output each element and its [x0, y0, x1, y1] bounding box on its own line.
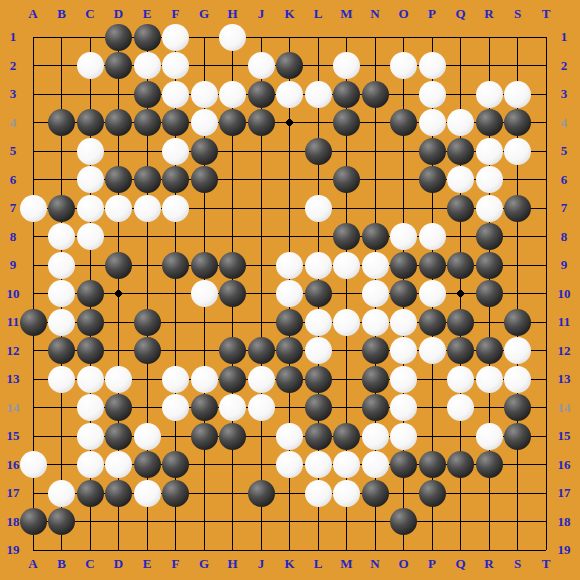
stone-black-R12 [476, 337, 503, 364]
stone-white-O12 [390, 337, 417, 364]
row-label-left-12: 12 [7, 343, 20, 359]
row-label-left-8: 8 [10, 229, 17, 245]
col-label-bottom-N: N [370, 556, 379, 572]
stone-black-R10 [476, 280, 503, 307]
stone-black-J3 [248, 81, 275, 108]
stone-black-N12 [362, 337, 389, 364]
stone-white-H3 [219, 81, 246, 108]
stone-black-E3 [134, 81, 161, 108]
col-label-top-J: J [258, 6, 265, 22]
col-label-bottom-C: C [85, 556, 94, 572]
col-label-bottom-F: F [172, 556, 180, 572]
stone-white-F13 [162, 366, 189, 393]
star-point-K4 [286, 119, 292, 125]
stone-black-G9 [191, 252, 218, 279]
row-label-left-4: 4 [10, 115, 17, 131]
stone-white-E17 [134, 480, 161, 507]
stone-black-L13 [305, 366, 332, 393]
stone-white-A7 [20, 195, 47, 222]
col-label-bottom-B: B [57, 556, 66, 572]
stone-white-B10 [48, 280, 75, 307]
stone-black-Q16 [447, 451, 474, 478]
stone-black-E4 [134, 109, 161, 136]
col-label-top-S: S [514, 6, 521, 22]
stone-white-F5 [162, 138, 189, 165]
stone-black-K2 [276, 52, 303, 79]
col-label-top-E: E [143, 6, 152, 22]
stone-white-C15 [77, 423, 104, 450]
col-label-top-P: P [428, 6, 436, 22]
row-label-right-3: 3 [561, 86, 568, 102]
row-label-right-16: 16 [558, 457, 571, 473]
stone-white-L9 [305, 252, 332, 279]
stone-white-P10 [419, 280, 446, 307]
stone-white-L17 [305, 480, 332, 507]
stone-white-O2 [390, 52, 417, 79]
stone-white-P8 [419, 223, 446, 250]
stone-black-M4 [333, 109, 360, 136]
col-label-bottom-T: T [542, 556, 551, 572]
stone-white-J14 [248, 394, 275, 421]
stone-white-F1 [162, 24, 189, 51]
stone-white-G13 [191, 366, 218, 393]
stone-white-D16 [105, 451, 132, 478]
stone-white-N15 [362, 423, 389, 450]
stone-black-N13 [362, 366, 389, 393]
stone-white-P4 [419, 109, 446, 136]
stone-white-M11 [333, 309, 360, 336]
stone-black-R8 [476, 223, 503, 250]
stone-black-F6 [162, 166, 189, 193]
stone-white-E2 [134, 52, 161, 79]
stone-black-B12 [48, 337, 75, 364]
stone-white-R13 [476, 366, 503, 393]
stone-white-R15 [476, 423, 503, 450]
stone-black-M8 [333, 223, 360, 250]
col-label-bottom-J: J [258, 556, 265, 572]
row-label-left-7: 7 [10, 200, 17, 216]
stone-black-P16 [419, 451, 446, 478]
stone-black-N17 [362, 480, 389, 507]
row-label-right-10: 10 [558, 286, 571, 302]
stone-black-Q11 [447, 309, 474, 336]
stone-black-K11 [276, 309, 303, 336]
stone-white-B9 [48, 252, 75, 279]
stone-white-F14 [162, 394, 189, 421]
stone-black-A18 [20, 508, 47, 535]
stone-white-N9 [362, 252, 389, 279]
stone-white-D13 [105, 366, 132, 393]
stone-white-K15 [276, 423, 303, 450]
col-label-top-L: L [314, 6, 323, 22]
stone-white-C7 [77, 195, 104, 222]
stone-black-S7 [504, 195, 531, 222]
stone-black-O16 [390, 451, 417, 478]
stone-black-N3 [362, 81, 389, 108]
row-label-right-13: 13 [558, 371, 571, 387]
stone-white-J2 [248, 52, 275, 79]
stone-white-R3 [476, 81, 503, 108]
col-label-top-M: M [340, 6, 352, 22]
stone-white-O13 [390, 366, 417, 393]
stone-white-S5 [504, 138, 531, 165]
stone-white-C5 [77, 138, 104, 165]
stone-white-O15 [390, 423, 417, 450]
stone-black-Q7 [447, 195, 474, 222]
stone-black-S14 [504, 394, 531, 421]
stone-white-C8 [77, 223, 104, 250]
col-label-bottom-A: A [28, 556, 37, 572]
col-label-top-T: T [542, 6, 551, 22]
stone-black-D4 [105, 109, 132, 136]
row-label-right-4: 4 [561, 115, 568, 131]
stone-black-E6 [134, 166, 161, 193]
stone-black-C11 [77, 309, 104, 336]
stone-white-Q14 [447, 394, 474, 421]
row-label-right-12: 12 [558, 343, 571, 359]
stone-white-C13 [77, 366, 104, 393]
row-label-left-6: 6 [10, 172, 17, 188]
stone-white-Q6 [447, 166, 474, 193]
row-label-left-18: 18 [7, 514, 20, 530]
stone-white-L3 [305, 81, 332, 108]
stone-black-L15 [305, 423, 332, 450]
col-label-top-Q: Q [455, 6, 465, 22]
stone-black-R16 [476, 451, 503, 478]
stone-white-C14 [77, 394, 104, 421]
stone-black-J12 [248, 337, 275, 364]
stone-white-M16 [333, 451, 360, 478]
stone-black-O10 [390, 280, 417, 307]
col-label-top-K: K [284, 6, 294, 22]
col-label-bottom-H: H [227, 556, 237, 572]
stone-white-F2 [162, 52, 189, 79]
stone-black-S11 [504, 309, 531, 336]
stone-black-F9 [162, 252, 189, 279]
stone-black-S15 [504, 423, 531, 450]
row-label-left-11: 11 [7, 314, 19, 330]
stone-black-L14 [305, 394, 332, 421]
stone-white-S12 [504, 337, 531, 364]
stone-black-G5 [191, 138, 218, 165]
col-label-bottom-M: M [340, 556, 352, 572]
stone-black-B7 [48, 195, 75, 222]
stone-white-B13 [48, 366, 75, 393]
stone-black-E16 [134, 451, 161, 478]
stone-white-B11 [48, 309, 75, 336]
row-label-right-2: 2 [561, 58, 568, 74]
stone-white-K9 [276, 252, 303, 279]
stone-black-C12 [77, 337, 104, 364]
row-label-left-2: 2 [10, 58, 17, 74]
col-label-top-B: B [57, 6, 66, 22]
stone-black-P9 [419, 252, 446, 279]
row-label-right-11: 11 [558, 314, 570, 330]
stone-white-Q13 [447, 366, 474, 393]
stone-white-L11 [305, 309, 332, 336]
stone-black-P5 [419, 138, 446, 165]
stone-white-J13 [248, 366, 275, 393]
col-label-top-N: N [370, 6, 379, 22]
stone-black-G6 [191, 166, 218, 193]
stone-white-N16 [362, 451, 389, 478]
stone-black-H4 [219, 109, 246, 136]
stone-white-M17 [333, 480, 360, 507]
col-label-bottom-O: O [398, 556, 408, 572]
stone-white-R6 [476, 166, 503, 193]
stone-black-D15 [105, 423, 132, 450]
col-label-bottom-R: R [484, 556, 493, 572]
stone-white-E7 [134, 195, 161, 222]
stone-white-L16 [305, 451, 332, 478]
stone-black-L5 [305, 138, 332, 165]
stone-white-C6 [77, 166, 104, 193]
col-label-bottom-D: D [114, 556, 123, 572]
stone-black-F4 [162, 109, 189, 136]
stone-white-A16 [20, 451, 47, 478]
star-point-D10 [115, 290, 121, 296]
stone-black-O9 [390, 252, 417, 279]
col-label-top-C: C [85, 6, 94, 22]
stone-black-F17 [162, 480, 189, 507]
stone-black-P11 [419, 309, 446, 336]
row-label-left-9: 9 [10, 257, 17, 273]
stone-white-F7 [162, 195, 189, 222]
stone-black-S4 [504, 109, 531, 136]
star-point-Q10 [457, 290, 463, 296]
stone-black-E1 [134, 24, 161, 51]
stone-black-Q5 [447, 138, 474, 165]
stone-black-C10 [77, 280, 104, 307]
stone-black-M15 [333, 423, 360, 450]
stone-white-P12 [419, 337, 446, 364]
row-label-left-13: 13 [7, 371, 20, 387]
stone-white-B17 [48, 480, 75, 507]
row-label-left-3: 3 [10, 86, 17, 102]
stone-white-Q4 [447, 109, 474, 136]
row-label-right-5: 5 [561, 143, 568, 159]
stone-white-O8 [390, 223, 417, 250]
stone-black-R4 [476, 109, 503, 136]
stone-white-P2 [419, 52, 446, 79]
stone-black-H10 [219, 280, 246, 307]
stone-black-E12 [134, 337, 161, 364]
row-label-right-9: 9 [561, 257, 568, 273]
col-label-top-R: R [484, 6, 493, 22]
stone-black-D9 [105, 252, 132, 279]
row-label-right-17: 17 [558, 485, 571, 501]
stone-black-C17 [77, 480, 104, 507]
stone-white-H14 [219, 394, 246, 421]
col-label-bottom-P: P [428, 556, 436, 572]
stone-white-G4 [191, 109, 218, 136]
col-label-top-D: D [114, 6, 123, 22]
stone-white-G3 [191, 81, 218, 108]
row-label-left-16: 16 [7, 457, 20, 473]
stone-black-B4 [48, 109, 75, 136]
stone-black-C4 [77, 109, 104, 136]
stone-white-C2 [77, 52, 104, 79]
col-label-bottom-Q: Q [455, 556, 465, 572]
stone-white-L7 [305, 195, 332, 222]
stone-black-K13 [276, 366, 303, 393]
stone-white-R7 [476, 195, 503, 222]
stone-black-K12 [276, 337, 303, 364]
stone-black-A11 [20, 309, 47, 336]
stone-black-O18 [390, 508, 417, 535]
stone-white-H1 [219, 24, 246, 51]
stone-black-D6 [105, 166, 132, 193]
stone-black-H9 [219, 252, 246, 279]
go-board[interactable]: AABBCCDDEEFFGGHHJJKKLLMMNNOOPPQQRRSSTT11… [0, 0, 580, 580]
stone-white-M2 [333, 52, 360, 79]
stone-white-D7 [105, 195, 132, 222]
col-label-bottom-K: K [284, 556, 294, 572]
row-label-right-19: 19 [558, 542, 571, 558]
stone-black-D1 [105, 24, 132, 51]
stone-white-N11 [362, 309, 389, 336]
stone-black-H12 [219, 337, 246, 364]
stone-white-C16 [77, 451, 104, 478]
stone-white-S3 [504, 81, 531, 108]
stone-black-D14 [105, 394, 132, 421]
stone-white-M9 [333, 252, 360, 279]
stone-white-F3 [162, 81, 189, 108]
stone-black-J4 [248, 109, 275, 136]
stone-white-K10 [276, 280, 303, 307]
stone-black-P6 [419, 166, 446, 193]
stone-black-L10 [305, 280, 332, 307]
stone-white-R5 [476, 138, 503, 165]
stone-white-O14 [390, 394, 417, 421]
stone-white-K16 [276, 451, 303, 478]
stone-black-H15 [219, 423, 246, 450]
stone-white-N10 [362, 280, 389, 307]
col-label-top-G: G [199, 6, 209, 22]
stone-black-H13 [219, 366, 246, 393]
stone-white-L12 [305, 337, 332, 364]
col-label-bottom-G: G [199, 556, 209, 572]
stone-white-K3 [276, 81, 303, 108]
stone-black-Q9 [447, 252, 474, 279]
stone-black-M6 [333, 166, 360, 193]
stone-black-N14 [362, 394, 389, 421]
col-label-top-F: F [172, 6, 180, 22]
stone-white-S13 [504, 366, 531, 393]
row-label-left-5: 5 [10, 143, 17, 159]
stone-white-B8 [48, 223, 75, 250]
stone-black-B18 [48, 508, 75, 535]
stone-black-O4 [390, 109, 417, 136]
row-label-right-14: 14 [558, 400, 571, 416]
stone-black-D17 [105, 480, 132, 507]
stone-white-G10 [191, 280, 218, 307]
stone-black-R9 [476, 252, 503, 279]
row-label-right-6: 6 [561, 172, 568, 188]
row-label-right-18: 18 [558, 514, 571, 530]
stone-white-P3 [419, 81, 446, 108]
stone-black-F16 [162, 451, 189, 478]
col-label-top-O: O [398, 6, 408, 22]
stone-black-N8 [362, 223, 389, 250]
stone-black-D2 [105, 52, 132, 79]
stone-black-G14 [191, 394, 218, 421]
stone-white-E15 [134, 423, 161, 450]
row-label-left-10: 10 [7, 286, 20, 302]
col-label-bottom-S: S [514, 556, 521, 572]
row-label-right-7: 7 [561, 200, 568, 216]
row-label-left-14: 14 [7, 400, 20, 416]
stone-black-G15 [191, 423, 218, 450]
stone-black-J17 [248, 480, 275, 507]
stone-black-E11 [134, 309, 161, 336]
row-label-left-19: 19 [7, 542, 20, 558]
stone-black-P17 [419, 480, 446, 507]
row-label-right-8: 8 [561, 229, 568, 245]
row-label-left-15: 15 [7, 428, 20, 444]
row-label-right-1: 1 [561, 29, 568, 45]
stone-black-M3 [333, 81, 360, 108]
stone-white-O11 [390, 309, 417, 336]
row-label-left-1: 1 [10, 29, 17, 45]
col-label-bottom-E: E [143, 556, 152, 572]
row-label-left-17: 17 [7, 485, 20, 501]
stone-black-Q12 [447, 337, 474, 364]
col-label-top-H: H [227, 6, 237, 22]
col-label-top-A: A [28, 6, 37, 22]
row-label-right-15: 15 [558, 428, 571, 444]
col-label-bottom-L: L [314, 556, 323, 572]
